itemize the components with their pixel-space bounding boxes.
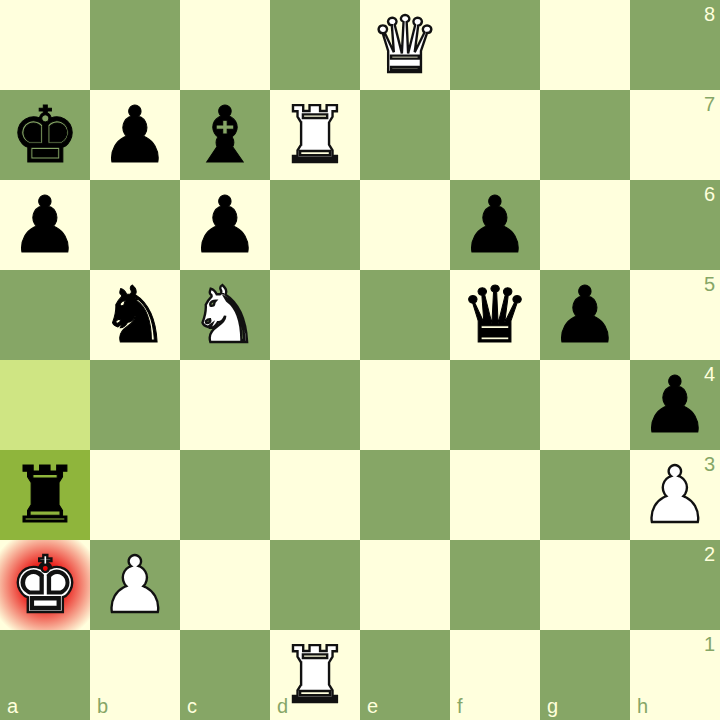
square-b2[interactable]: ♟ [90, 540, 180, 630]
square-h5[interactable]: 5 [630, 270, 720, 360]
piece-white-king[interactable]: ♚ [10, 540, 80, 630]
square-e4[interactable] [360, 360, 450, 450]
square-f6[interactable]: ♟ [450, 180, 540, 270]
square-g1[interactable]: g [540, 630, 630, 720]
square-h2[interactable]: 2 [630, 540, 720, 630]
square-g2[interactable] [540, 540, 630, 630]
square-e6[interactable] [360, 180, 450, 270]
piece-black-pawn[interactable]: ♟ [100, 90, 170, 180]
square-g3[interactable] [540, 450, 630, 540]
square-d1[interactable]: d♜ [270, 630, 360, 720]
coord-rank-8: 8 [704, 4, 715, 24]
coord-file-b: b [97, 696, 108, 716]
square-a6[interactable]: ♟ [0, 180, 90, 270]
coord-file-c: c [187, 696, 197, 716]
piece-black-king[interactable]: ♚ [10, 90, 80, 180]
square-f8[interactable] [450, 0, 540, 90]
square-e3[interactable] [360, 450, 450, 540]
square-g7[interactable] [540, 90, 630, 180]
piece-black-pawn[interactable]: ♟ [640, 360, 710, 450]
square-g6[interactable] [540, 180, 630, 270]
square-c6[interactable]: ♟ [180, 180, 270, 270]
piece-white-rook[interactable]: ♜ [280, 630, 350, 720]
piece-black-pawn[interactable]: ♟ [190, 180, 260, 270]
square-h4[interactable]: 4♟ [630, 360, 720, 450]
square-b8[interactable] [90, 0, 180, 90]
coord-rank-2: 2 [704, 544, 715, 564]
square-b4[interactable] [90, 360, 180, 450]
square-f3[interactable] [450, 450, 540, 540]
square-a3[interactable]: ♜ [0, 450, 90, 540]
square-h6[interactable]: 6 [630, 180, 720, 270]
square-e7[interactable] [360, 90, 450, 180]
square-b3[interactable] [90, 450, 180, 540]
square-c3[interactable] [180, 450, 270, 540]
square-c8[interactable] [180, 0, 270, 90]
square-d7[interactable]: ♜ [270, 90, 360, 180]
square-h3[interactable]: 3♟ [630, 450, 720, 540]
square-a4[interactable] [0, 360, 90, 450]
square-f5[interactable]: ♛ [450, 270, 540, 360]
square-d4[interactable] [270, 360, 360, 450]
coord-rank-6: 6 [704, 184, 715, 204]
square-a5[interactable] [0, 270, 90, 360]
square-c4[interactable] [180, 360, 270, 450]
square-a2[interactable]: ♚ [0, 540, 90, 630]
square-b7[interactable]: ♟ [90, 90, 180, 180]
square-d2[interactable] [270, 540, 360, 630]
square-f1[interactable]: f [450, 630, 540, 720]
square-c1[interactable]: c [180, 630, 270, 720]
square-a7[interactable]: ♚ [0, 90, 90, 180]
square-g4[interactable] [540, 360, 630, 450]
square-d3[interactable] [270, 450, 360, 540]
coord-file-h: h [637, 696, 648, 716]
square-e5[interactable] [360, 270, 450, 360]
square-b6[interactable] [90, 180, 180, 270]
square-e2[interactable] [360, 540, 450, 630]
square-h1[interactable]: 1h [630, 630, 720, 720]
piece-white-queen[interactable]: ♛ [370, 0, 440, 90]
coord-rank-7: 7 [704, 94, 715, 114]
piece-black-pawn[interactable]: ♟ [10, 180, 80, 270]
piece-white-pawn[interactable]: ♟ [100, 540, 170, 630]
piece-black-knight[interactable]: ♞ [100, 270, 170, 360]
square-d5[interactable] [270, 270, 360, 360]
square-d8[interactable] [270, 0, 360, 90]
square-c5[interactable]: ♞ [180, 270, 270, 360]
coord-file-f: f [457, 696, 463, 716]
square-f2[interactable] [450, 540, 540, 630]
coord-rank-5: 5 [704, 274, 715, 294]
square-b5[interactable]: ♞ [90, 270, 180, 360]
square-c7[interactable]: ♝ [180, 90, 270, 180]
square-e8[interactable]: ♛ [360, 0, 450, 90]
square-h7[interactable]: 7 [630, 90, 720, 180]
piece-white-pawn[interactable]: ♟ [640, 450, 710, 540]
coord-file-e: e [367, 696, 378, 716]
square-g8[interactable] [540, 0, 630, 90]
coord-rank-1: 1 [704, 634, 715, 654]
square-h8[interactable]: 8 [630, 0, 720, 90]
square-f7[interactable] [450, 90, 540, 180]
square-g5[interactable]: ♟ [540, 270, 630, 360]
piece-black-rook[interactable]: ♜ [10, 450, 80, 540]
square-c2[interactable] [180, 540, 270, 630]
piece-black-bishop[interactable]: ♝ [190, 90, 260, 180]
coord-file-a: a [7, 696, 18, 716]
piece-black-pawn[interactable]: ♟ [460, 180, 530, 270]
coord-file-g: g [547, 696, 558, 716]
square-e1[interactable]: e [360, 630, 450, 720]
square-d6[interactable] [270, 180, 360, 270]
piece-black-pawn[interactable]: ♟ [550, 270, 620, 360]
piece-white-rook[interactable]: ♜ [280, 90, 350, 180]
piece-black-queen[interactable]: ♛ [460, 270, 530, 360]
square-a1[interactable]: a [0, 630, 90, 720]
square-f4[interactable] [450, 360, 540, 450]
chess-board: ♛8♚♟♝♜7♟♟♟6♞♞♛♟54♟♜3♟♚♟2abcd♜efg1h [0, 0, 720, 720]
square-b1[interactable]: b [90, 630, 180, 720]
piece-white-knight[interactable]: ♞ [190, 270, 260, 360]
square-a8[interactable] [0, 0, 90, 90]
